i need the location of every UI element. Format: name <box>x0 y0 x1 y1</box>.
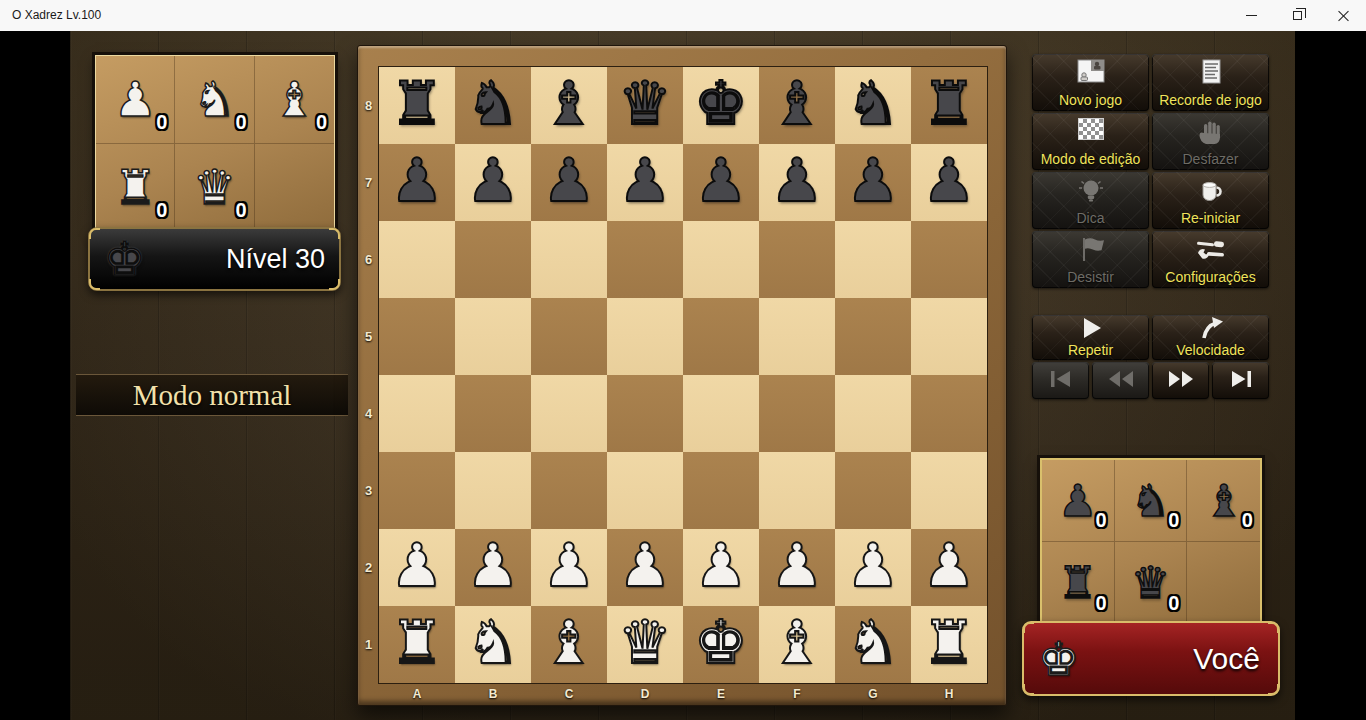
square-h5[interactable] <box>911 298 987 375</box>
white-pawn-icon: ♟ <box>114 75 157 123</box>
menu-button-grid: Novo jogo Recorde de jogo <box>1032 54 1269 288</box>
square-d5[interactable] <box>607 298 683 375</box>
square-c4[interactable] <box>531 375 607 452</box>
square-a8[interactable]: ♜ <box>379 67 455 144</box>
white-pawn[interactable]: ♟ <box>770 535 824 595</box>
square-b2[interactable]: ♟ <box>455 529 531 606</box>
white-knight-icon: ♞ <box>193 75 236 123</box>
captured-black-rook: ♜0 <box>1042 542 1115 624</box>
captured-black-bishop: ♝0 <box>1187 460 1260 542</box>
game-record-button[interactable]: Recorde de jogo <box>1152 54 1269 111</box>
file-label-a: A <box>379 682 455 705</box>
black-pawn[interactable]: ♟ <box>466 150 520 210</box>
undo-button[interactable]: Desfazer <box>1152 113 1269 170</box>
square-f5[interactable] <box>759 298 835 375</box>
square-b3[interactable] <box>455 452 531 529</box>
black-knight[interactable]: ♞ <box>846 73 900 133</box>
square-g6[interactable] <box>835 221 911 298</box>
coffee-cup-icon <box>1195 177 1227 209</box>
corner-accent <box>329 228 340 239</box>
square-e2[interactable]: ♟ <box>683 529 759 606</box>
square-e4[interactable] <box>683 375 759 452</box>
corner-accent <box>1268 622 1279 633</box>
empty-tray-cell <box>1187 542 1260 624</box>
black-rook[interactable]: ♜ <box>922 73 976 133</box>
captured-white-knight: ♞0 <box>175 56 254 144</box>
rank-label-4: 4 <box>358 375 379 452</box>
rank-label-6: 6 <box>358 221 379 298</box>
wood-background: ♟0♞0♝0♜0♛0 ♚ Nível 30 Modo normal 876543… <box>70 31 1295 720</box>
tools-icon <box>1194 236 1228 268</box>
square-e7[interactable]: ♟ <box>683 144 759 221</box>
square-g1[interactable]: ♞ <box>835 606 911 683</box>
captured-black-knight: ♞0 <box>1115 460 1188 542</box>
black-king[interactable]: ♚ <box>694 73 748 133</box>
close-icon <box>1338 10 1349 21</box>
white-queen-icon: ♛ <box>193 163 236 211</box>
white-pawn[interactable]: ♟ <box>846 535 900 595</box>
board-squares: ♜♞♝♛♚♝♞♜♟♟♟♟♟♟♟♟♟♟♟♟♟♟♟♟♜♞♝♛♚♝♞♜ <box>379 67 987 683</box>
square-d6[interactable] <box>607 221 683 298</box>
square-h1[interactable]: ♜ <box>911 606 987 683</box>
square-a3[interactable] <box>379 452 455 529</box>
black-rook[interactable]: ♜ <box>390 73 444 133</box>
rank-labels: 87654321 <box>358 67 379 683</box>
skip-to-start-button[interactable] <box>1032 362 1089 399</box>
white-king[interactable]: ♚ <box>694 612 748 672</box>
fast-forward-button[interactable] <box>1152 362 1209 399</box>
black-pawn[interactable]: ♟ <box>770 150 824 210</box>
square-f3[interactable] <box>759 452 835 529</box>
square-b7[interactable]: ♟ <box>455 144 531 221</box>
black-knight-icon: ♞ <box>1131 479 1170 523</box>
rank-label-5: 5 <box>358 298 379 375</box>
captured-count: 0 <box>236 111 247 134</box>
corner-accent <box>89 279 100 290</box>
skip-to-end-icon <box>1226 368 1256 394</box>
square-h3[interactable] <box>911 452 987 529</box>
play-icon <box>1078 317 1104 343</box>
square-e5[interactable] <box>683 298 759 375</box>
square-c2[interactable]: ♟ <box>531 529 607 606</box>
edit-mode-button[interactable]: Modo de edição <box>1032 113 1149 170</box>
square-h6[interactable] <box>911 221 987 298</box>
mini-board-icon <box>1076 59 1106 89</box>
button-label: Re-iniciar <box>1152 210 1269 226</box>
square-b6[interactable] <box>455 221 531 298</box>
white-bishop[interactable]: ♝ <box>770 612 824 672</box>
black-pawn-icon: ♟ <box>1058 479 1097 523</box>
square-a6[interactable] <box>379 221 455 298</box>
black-rook-icon: ♜ <box>1058 561 1097 605</box>
empty-tray-cell <box>255 144 334 232</box>
corner-accent <box>1268 684 1279 695</box>
replay-button[interactable]: Repetir <box>1032 315 1149 360</box>
restart-button[interactable]: Re-iniciar <box>1152 172 1269 229</box>
white-pawn[interactable]: ♟ <box>390 535 444 595</box>
skip-to-start-icon <box>1046 368 1076 394</box>
minimize-button[interactable] <box>1228 0 1274 31</box>
new-game-button[interactable]: Novo jogo <box>1032 54 1149 111</box>
white-pawn[interactable]: ♟ <box>542 535 596 595</box>
black-bishop[interactable]: ♝ <box>770 73 824 133</box>
rank-label-7: 7 <box>358 144 379 221</box>
square-f4[interactable] <box>759 375 835 452</box>
button-label: Novo jogo <box>1032 92 1149 108</box>
resign-button[interactable]: Desistir <box>1032 231 1149 288</box>
black-queen[interactable]: ♛ <box>618 73 672 133</box>
square-f7[interactable]: ♟ <box>759 144 835 221</box>
square-c5[interactable] <box>531 298 607 375</box>
checkerboard-icon <box>1078 118 1104 140</box>
square-e8[interactable]: ♚ <box>683 67 759 144</box>
square-b5[interactable] <box>455 298 531 375</box>
captured-black-queen: ♛0 <box>1115 542 1188 624</box>
player-captured-grid: ♟0♞0♝0♜0♛0 <box>1042 460 1260 624</box>
black-pawn[interactable]: ♟ <box>390 150 444 210</box>
square-c3[interactable] <box>531 452 607 529</box>
rewind-icon <box>1106 368 1136 394</box>
window-title: O Xadrez Lv.100 <box>12 0 101 31</box>
square-b1[interactable]: ♞ <box>455 606 531 683</box>
square-d3[interactable] <box>607 452 683 529</box>
chess-board: 87654321 ABCDEFGH ♜♞♝♛♚♝♞♜♟♟♟♟♟♟♟♟♟♟♟♟♟♟… <box>357 45 1007 706</box>
square-c1[interactable]: ♝ <box>531 606 607 683</box>
captured-count: 0 <box>316 111 327 134</box>
white-rook[interactable]: ♜ <box>390 612 444 672</box>
square-f8[interactable]: ♝ <box>759 67 835 144</box>
white-pawn[interactable]: ♟ <box>922 535 976 595</box>
square-f2[interactable]: ♟ <box>759 529 835 606</box>
button-label: Dica <box>1032 210 1149 226</box>
button-label: Configurações <box>1152 269 1269 285</box>
file-labels: ABCDEFGH <box>379 682 987 705</box>
square-g5[interactable] <box>835 298 911 375</box>
corner-accent <box>1023 684 1034 695</box>
square-d2[interactable]: ♟ <box>607 529 683 606</box>
captured-count: 0 <box>1168 509 1179 532</box>
playback-top-row: Repetir Velocidade <box>1032 315 1269 360</box>
game-mode-label: Modo normal <box>76 374 348 416</box>
square-h8[interactable]: ♜ <box>911 67 987 144</box>
hand-icon <box>1196 118 1226 150</box>
title-bar: O Xadrez Lv.100 <box>0 0 1366 31</box>
player-banner: ♚ Você <box>1022 621 1280 696</box>
square-h4[interactable] <box>911 375 987 452</box>
button-label: Velocidade <box>1152 342 1269 358</box>
white-bishop[interactable]: ♝ <box>542 612 596 672</box>
square-a1[interactable]: ♜ <box>379 606 455 683</box>
square-c6[interactable] <box>531 221 607 298</box>
rank-label-1: 1 <box>358 606 379 683</box>
lightbulb-icon <box>1076 177 1106 209</box>
flag-icon <box>1075 236 1107 268</box>
captured-count: 0 <box>156 111 167 134</box>
square-h7[interactable]: ♟ <box>911 144 987 221</box>
square-e6[interactable] <box>683 221 759 298</box>
white-queen[interactable]: ♛ <box>618 612 672 672</box>
black-pawn[interactable]: ♟ <box>542 150 596 210</box>
file-label-d: D <box>607 682 683 705</box>
button-label: Modo de edição <box>1032 151 1149 167</box>
captured-white-bishop: ♝0 <box>255 56 334 144</box>
captured-count: 0 <box>236 199 247 222</box>
captured-white-rook: ♜0 <box>96 144 175 232</box>
square-c8[interactable]: ♝ <box>531 67 607 144</box>
square-a7[interactable]: ♟ <box>379 144 455 221</box>
captured-white-pawn: ♟0 <box>96 56 175 144</box>
square-b8[interactable]: ♞ <box>455 67 531 144</box>
corner-accent <box>89 228 100 239</box>
square-b4[interactable] <box>455 375 531 452</box>
file-label-b: B <box>455 682 531 705</box>
white-knight[interactable]: ♞ <box>846 612 900 672</box>
square-g2[interactable]: ♟ <box>835 529 911 606</box>
settings-button[interactable]: Configurações <box>1152 231 1269 288</box>
file-label-c: C <box>531 682 607 705</box>
white-pawn[interactable]: ♟ <box>618 535 672 595</box>
white-king-crown-icon: ♚ <box>1038 636 1079 682</box>
square-c7[interactable]: ♟ <box>531 144 607 221</box>
square-g8[interactable]: ♞ <box>835 67 911 144</box>
white-rook-icon: ♜ <box>114 163 157 211</box>
black-pawn[interactable]: ♟ <box>922 150 976 210</box>
square-a4[interactable] <box>379 375 455 452</box>
rank-label-3: 3 <box>358 452 379 529</box>
black-bishop[interactable]: ♝ <box>542 73 596 133</box>
button-label: Desfazer <box>1152 151 1269 167</box>
app-window: O Xadrez Lv.100 ♟0♞0♝0♜0♛0 ♚ Nível 30 <box>0 0 1366 720</box>
white-pawn[interactable]: ♟ <box>466 535 520 595</box>
button-label: Repetir <box>1032 342 1149 358</box>
skip-to-end-button[interactable] <box>1212 362 1269 399</box>
restore-button[interactable] <box>1274 0 1320 31</box>
player-captured-tray: ♟0♞0♝0♜0♛0 <box>1040 458 1262 626</box>
captured-count: 0 <box>1168 592 1179 615</box>
square-g7[interactable]: ♟ <box>835 144 911 221</box>
file-label-h: H <box>911 682 987 705</box>
white-bishop-icon: ♝ <box>273 75 316 123</box>
step-back-button[interactable] <box>1092 362 1149 399</box>
black-queen-icon: ♛ <box>1131 561 1170 605</box>
corner-accent <box>329 279 340 290</box>
square-g4[interactable] <box>835 375 911 452</box>
captured-count: 0 <box>1096 592 1107 615</box>
black-bishop-icon: ♝ <box>1204 479 1243 523</box>
captured-white-queen: ♛0 <box>175 144 254 232</box>
square-h2[interactable]: ♟ <box>911 529 987 606</box>
square-f6[interactable] <box>759 221 835 298</box>
opponent-captured-tray: ♟0♞0♝0♜0♛0 <box>95 55 335 232</box>
opponent-level-label: Nível 30 <box>226 244 339 275</box>
close-button[interactable] <box>1320 0 1366 31</box>
minimize-icon <box>1246 15 1257 16</box>
corner-accent <box>1023 622 1034 633</box>
square-a5[interactable] <box>379 298 455 375</box>
black-knight[interactable]: ♞ <box>466 73 520 133</box>
restore-icon <box>1293 11 1302 20</box>
square-d7[interactable]: ♟ <box>607 144 683 221</box>
captured-count: 0 <box>1096 509 1107 532</box>
game-stage: ♟0♞0♝0♜0♛0 ♚ Nível 30 Modo normal 876543… <box>0 31 1366 720</box>
opponent-captured-grid: ♟0♞0♝0♜0♛0 <box>96 56 334 231</box>
playback-controls <box>1032 362 1269 399</box>
white-pawn[interactable]: ♟ <box>694 535 748 595</box>
curved-arrow-icon <box>1197 317 1225 343</box>
rank-label-2: 2 <box>358 529 379 606</box>
square-a2[interactable]: ♟ <box>379 529 455 606</box>
speed-button[interactable]: Velocidade <box>1152 315 1269 360</box>
rank-label-8: 8 <box>358 67 379 144</box>
fast-forward-icon <box>1166 368 1196 394</box>
hint-button[interactable]: Dica <box>1032 172 1149 229</box>
player-name-label: Você <box>1193 642 1278 676</box>
black-pawn[interactable]: ♟ <box>618 150 672 210</box>
square-e3[interactable] <box>683 452 759 529</box>
file-label-f: F <box>759 682 835 705</box>
captured-black-pawn: ♟0 <box>1042 460 1115 542</box>
square-d4[interactable] <box>607 375 683 452</box>
file-label-e: E <box>683 682 759 705</box>
square-f1[interactable]: ♝ <box>759 606 835 683</box>
opponent-banner: ♚ Nível 30 <box>88 227 341 291</box>
white-rook[interactable]: ♜ <box>922 612 976 672</box>
square-d8[interactable]: ♛ <box>607 67 683 144</box>
button-label: Recorde de jogo <box>1152 92 1269 108</box>
black-king-crown-icon: ♚ <box>104 236 145 282</box>
black-pawn[interactable]: ♟ <box>846 150 900 210</box>
captured-count: 0 <box>156 199 167 222</box>
square-e1[interactable]: ♚ <box>683 606 759 683</box>
button-label: Desistir <box>1032 269 1149 285</box>
captured-count: 0 <box>1242 509 1253 532</box>
file-label-g: G <box>835 682 911 705</box>
black-pawn[interactable]: ♟ <box>694 150 748 210</box>
score-sheet-icon <box>1197 59 1225 89</box>
square-d1[interactable]: ♛ <box>607 606 683 683</box>
white-knight[interactable]: ♞ <box>466 612 520 672</box>
square-g3[interactable] <box>835 452 911 529</box>
